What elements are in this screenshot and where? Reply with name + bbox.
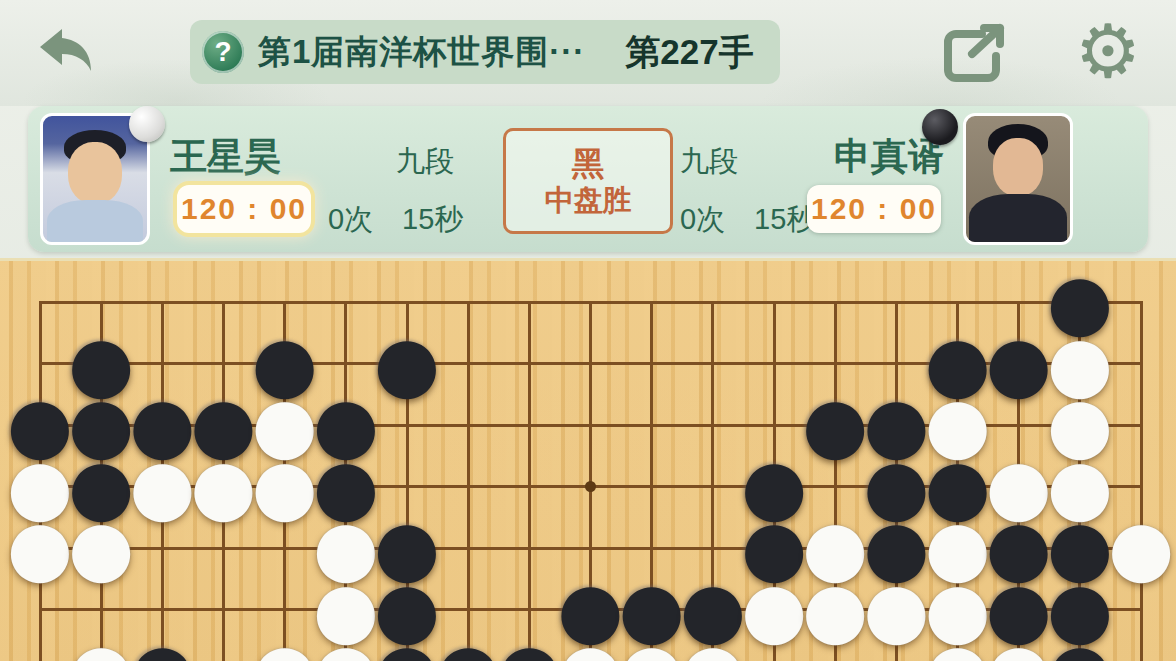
white-stone: ● (1113, 519, 1170, 577)
black-player-rank: 九段 (680, 142, 738, 182)
white-stone: ● (73, 642, 130, 661)
white-stone: ● (807, 581, 864, 639)
avatar-face (68, 142, 122, 204)
top-bar: ? 第1届南洋杯世界围··· 第227手 ⚙ (0, 0, 1176, 106)
white-stone: ● (746, 581, 803, 639)
move-number: 第227手 (625, 29, 753, 76)
settings-button[interactable]: ⚙ (1072, 14, 1144, 90)
white-stone: ● (929, 642, 986, 661)
white-stone: ● (868, 581, 925, 639)
white-stone: ● (256, 458, 313, 516)
game-result-box: 黑 中盘胜 (503, 128, 673, 234)
black-stone: ● (1051, 642, 1108, 661)
avatar-shirt (47, 200, 143, 245)
black-stone-badge (922, 109, 958, 145)
white-stone: ● (562, 642, 619, 661)
white-clock-time: 120 : 00 (181, 192, 307, 226)
white-byoyomi-time: 15秒 (402, 200, 463, 240)
white-stone: ● (195, 458, 252, 516)
black-clock-time: 120 : 00 (811, 192, 937, 226)
game-title-pill[interactable]: ? 第1届南洋杯世界围··· 第227手 (190, 20, 780, 84)
white-stone-badge (129, 106, 165, 142)
result-winner: 黑 (572, 147, 605, 180)
game-title: 第1届南洋杯世界围··· (258, 30, 585, 75)
avatar-face (993, 138, 1043, 196)
black-stone: ● (379, 335, 436, 393)
white-byoyomi-count: 0次 (328, 200, 373, 240)
black-byoyomi-count: 0次 (680, 200, 725, 240)
help-icon[interactable]: ? (202, 31, 244, 73)
white-stone: ● (12, 519, 69, 577)
black-stone: ● (134, 642, 191, 661)
grid-line (39, 301, 1143, 304)
white-player-name: 王星昊 (170, 132, 281, 182)
white-stone: ● (623, 642, 680, 661)
star-point (585, 481, 596, 492)
white-stone: ● (990, 642, 1047, 661)
black-stone: ● (501, 642, 558, 661)
white-stone: ● (256, 642, 313, 661)
share-icon (942, 72, 1008, 87)
black-stone: ● (379, 642, 436, 661)
avatar-suit (969, 194, 1067, 245)
black-stone: ● (440, 642, 497, 661)
white-stone: ● (73, 519, 130, 577)
back-arrow-icon (36, 64, 96, 79)
black-stone: ● (807, 396, 864, 454)
black-player-avatar[interactable] (963, 113, 1073, 245)
black-stone: ● (990, 335, 1047, 393)
white-player-clock: 120 : 00 (177, 185, 311, 233)
back-button[interactable] (36, 24, 96, 76)
white-player-rank: 九段 (396, 142, 454, 182)
white-stone: ● (134, 458, 191, 516)
black-player-clock: 120 : 00 (807, 185, 941, 233)
white-stone: ● (317, 642, 374, 661)
players-card: 王星昊 120 : 00 0次 15秒 九段 黑 中盘胜 九段 0次 15秒 1… (28, 106, 1148, 252)
share-button[interactable] (942, 22, 1008, 84)
go-board[interactable]: ●●●●●●●●●●●●●●●●●●●●●●●●●●●●●●●●●●●●●●●●… (0, 258, 1176, 661)
go-app-screen: ? 第1届南洋杯世界围··· 第227手 ⚙ 王星昊 120 : 00 (0, 0, 1176, 661)
result-method: 中盘胜 (545, 186, 632, 215)
gear-icon: ⚙ (1075, 10, 1141, 93)
white-stone: ● (684, 642, 741, 661)
